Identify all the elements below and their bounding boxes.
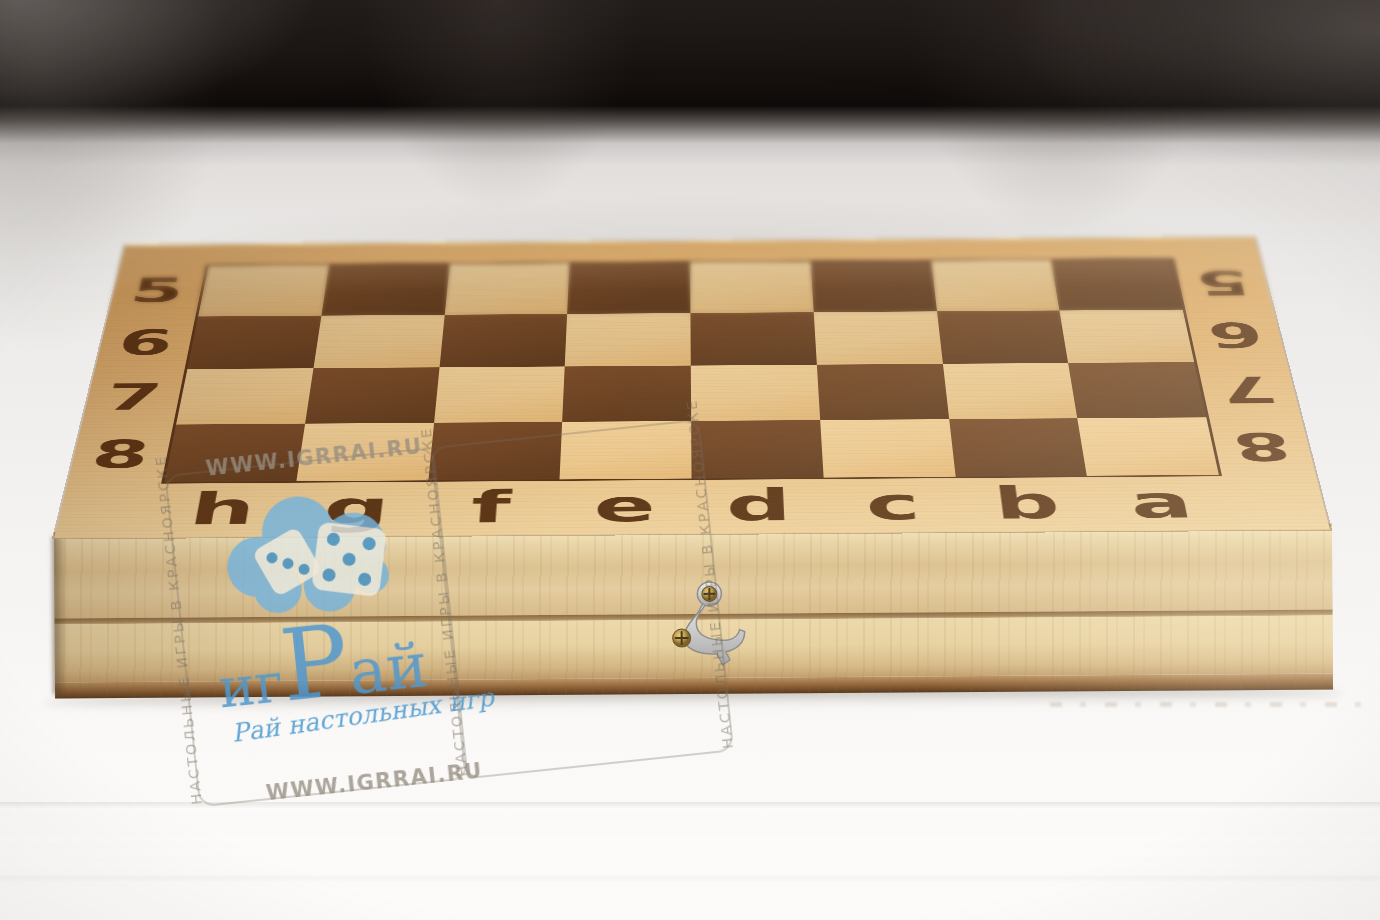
square-h5 xyxy=(198,265,329,316)
square-a6 xyxy=(1060,309,1195,363)
rank-label-7: 7 xyxy=(81,369,184,426)
hook-clasp xyxy=(630,571,781,682)
square-f8 xyxy=(428,422,562,481)
square-a7 xyxy=(1068,362,1206,418)
rank-label-5: 5 xyxy=(108,265,206,317)
play-area xyxy=(161,258,1222,484)
file-label-f: f xyxy=(421,481,559,536)
board-front-border: hgfedcba xyxy=(54,476,1330,539)
file-label-e: e xyxy=(556,480,691,535)
file-label-h: h xyxy=(150,483,294,538)
square-d8 xyxy=(691,420,823,479)
square-d6 xyxy=(690,312,816,366)
photo-stage: 5678 5678 hgfedcba xyxy=(0,0,1380,920)
chess-box: 5678 5678 hgfedcba xyxy=(0,0,1380,920)
square-c8 xyxy=(820,419,955,478)
square-a5 xyxy=(1051,259,1182,310)
square-g8 xyxy=(296,423,434,482)
file-label-b: b xyxy=(957,477,1099,532)
rank-label-7-rotated: 7 xyxy=(1197,361,1301,417)
square-e7 xyxy=(562,366,691,422)
rank-label-8-rotated: 8 xyxy=(1209,417,1316,476)
square-c6 xyxy=(813,311,942,365)
file-labels: hgfedcba xyxy=(150,476,1234,538)
square-f6 xyxy=(439,314,567,368)
file-label-g: g xyxy=(285,482,426,537)
square-g7 xyxy=(305,367,439,423)
square-c7 xyxy=(817,364,949,420)
square-f5 xyxy=(444,263,569,314)
rank-label-6: 6 xyxy=(95,316,196,370)
square-e5 xyxy=(567,262,690,313)
square-f7 xyxy=(434,366,565,422)
square-a8 xyxy=(1077,417,1218,476)
rank-label-8: 8 xyxy=(67,425,173,484)
chessboard-lid-top: 5678 5678 hgfedcba xyxy=(54,237,1330,539)
square-e8 xyxy=(560,421,692,480)
square-b8 xyxy=(949,418,1087,477)
square-b7 xyxy=(942,363,1077,419)
square-d7 xyxy=(691,365,820,421)
square-g6 xyxy=(313,315,444,369)
square-h7 xyxy=(176,368,313,424)
rank-label-6-rotated: 6 xyxy=(1185,308,1286,362)
square-d5 xyxy=(690,262,813,313)
square-g5 xyxy=(321,264,449,315)
square-b5 xyxy=(931,260,1060,311)
square-h6 xyxy=(187,315,321,369)
file-label-c: c xyxy=(824,478,963,533)
file-label-a: a xyxy=(1089,476,1233,531)
square-b6 xyxy=(937,310,1069,364)
rank-label-5-rotated: 5 xyxy=(1174,257,1273,309)
square-e6 xyxy=(565,313,691,367)
square-c5 xyxy=(810,261,936,312)
file-label-d: d xyxy=(692,479,828,534)
square-h8 xyxy=(164,423,305,482)
left-end-shade xyxy=(52,536,67,694)
